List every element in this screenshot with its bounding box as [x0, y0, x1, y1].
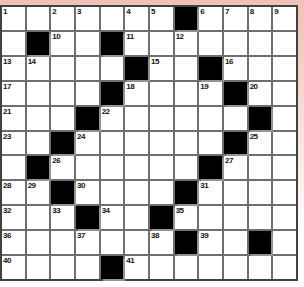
clue-number-34: 34 — [102, 206, 110, 215]
entry-cell-r10c2[interactable] — [51, 256, 74, 279]
clue-number-13: 13 — [3, 57, 11, 66]
block-cell-r5c9 — [224, 132, 247, 155]
entry-cell-r8c2[interactable]: 33 — [51, 206, 74, 229]
clue-number-28: 28 — [3, 181, 11, 190]
entry-cell-r2c6[interactable]: 15 — [150, 57, 173, 80]
block-cell-r1c1 — [27, 32, 50, 55]
block-cell-r2c5 — [125, 57, 148, 80]
clue-number-25: 25 — [250, 132, 258, 141]
entry-cell-r10c6[interactable] — [150, 256, 173, 279]
entry-cell-r7c5[interactable] — [125, 181, 148, 204]
entry-cell-r3c8[interactable]: 19 — [199, 82, 222, 105]
clue-number-3: 3 — [77, 7, 81, 16]
entry-cell-r6c6[interactable] — [150, 156, 173, 179]
entry-cell-r9c0[interactable]: 36 — [2, 231, 25, 254]
entry-cell-r8c10[interactable] — [249, 206, 272, 229]
clue-number-10: 10 — [52, 32, 60, 41]
entry-cell-r1c6[interactable] — [150, 32, 173, 55]
clue-number-41: 41 — [126, 256, 134, 265]
entry-cell-r0c9[interactable]: 7 — [224, 7, 247, 30]
entry-cell-r0c10[interactable]: 8 — [249, 7, 272, 30]
entry-cell-r8c9[interactable] — [224, 206, 247, 229]
entry-cell-r1c11[interactable] — [273, 32, 296, 55]
clue-number-22: 22 — [102, 107, 110, 116]
entry-cell-r6c3[interactable] — [76, 156, 99, 179]
entry-cell-r8c0[interactable]: 32 — [2, 206, 25, 229]
entry-cell-r10c5[interactable]: 41 — [125, 256, 148, 279]
entry-cell-r5c8[interactable] — [199, 132, 222, 155]
entry-cell-r3c3[interactable] — [76, 82, 99, 105]
clue-number-17: 17 — [3, 82, 11, 91]
block-cell-r4c3 — [76, 107, 99, 130]
entry-cell-r5c3[interactable]: 24 — [76, 132, 99, 155]
entry-cell-r3c7[interactable] — [175, 82, 198, 105]
entry-cell-r5c7[interactable] — [175, 132, 198, 155]
entry-cell-r1c2[interactable]: 10 — [51, 32, 74, 55]
entry-cell-r2c7[interactable] — [175, 57, 198, 80]
entry-cell-r3c5[interactable]: 18 — [125, 82, 148, 105]
entry-cell-r3c1[interactable] — [27, 82, 50, 105]
clue-number-26: 26 — [52, 156, 60, 165]
block-cell-r0c7 — [175, 7, 198, 30]
entry-cell-r4c0[interactable]: 21 — [2, 107, 25, 130]
entry-cell-r5c1[interactable] — [27, 132, 50, 155]
entry-cell-r2c11[interactable] — [273, 57, 296, 80]
block-cell-r8c6 — [150, 206, 173, 229]
clue-number-30: 30 — [77, 181, 85, 190]
clue-number-33: 33 — [52, 206, 60, 215]
block-cell-r10c4 — [101, 256, 124, 279]
block-cell-r9c7 — [175, 231, 198, 254]
entry-cell-r5c4[interactable] — [101, 132, 124, 155]
block-cell-r2c8 — [199, 57, 222, 80]
entry-cell-r10c3[interactable] — [76, 256, 99, 279]
block-cell-r4c10 — [249, 107, 272, 130]
entry-cell-r0c3[interactable]: 3 — [76, 7, 99, 30]
entry-cell-r10c8[interactable] — [199, 256, 222, 279]
entry-cell-r0c6[interactable]: 5 — [150, 7, 173, 30]
clue-number-36: 36 — [3, 231, 11, 240]
block-cell-r9c10 — [249, 231, 272, 254]
entry-cell-r4c7[interactable] — [175, 107, 198, 130]
entry-cell-r4c1[interactable] — [27, 107, 50, 130]
entry-cell-r0c5[interactable]: 4 — [125, 7, 148, 30]
entry-cell-r8c1[interactable] — [27, 206, 50, 229]
entry-cell-r8c4[interactable]: 34 — [101, 206, 124, 229]
entry-cell-r3c0[interactable]: 17 — [2, 82, 25, 105]
entry-cell-r9c3[interactable]: 37 — [76, 231, 99, 254]
entry-cell-r4c6[interactable] — [150, 107, 173, 130]
page-background: 1234567891011121314151617181920212223242… — [0, 0, 304, 287]
entry-cell-r9c6[interactable]: 38 — [150, 231, 173, 254]
entry-cell-r7c3[interactable]: 30 — [76, 181, 99, 204]
clue-number-8: 8 — [250, 7, 254, 16]
entry-cell-r9c9[interactable] — [224, 231, 247, 254]
entry-cell-r9c4[interactable] — [101, 231, 124, 254]
entry-cell-r6c9[interactable]: 27 — [224, 156, 247, 179]
entry-cell-r9c8[interactable]: 39 — [199, 231, 222, 254]
entry-cell-r2c1[interactable]: 14 — [27, 57, 50, 80]
entry-cell-r3c2[interactable] — [51, 82, 74, 105]
clue-number-9: 9 — [274, 7, 278, 16]
entry-cell-r7c11[interactable] — [273, 181, 296, 204]
clue-number-7: 7 — [225, 7, 229, 16]
entry-cell-r2c10[interactable] — [249, 57, 272, 80]
entry-cell-r10c0[interactable]: 40 — [2, 256, 25, 279]
entry-cell-r2c3[interactable] — [76, 57, 99, 80]
entry-cell-r7c8[interactable]: 31 — [199, 181, 222, 204]
clue-number-39: 39 — [200, 231, 208, 240]
entry-cell-r9c5[interactable] — [125, 231, 148, 254]
entry-cell-r9c2[interactable] — [51, 231, 74, 254]
entry-cell-r4c5[interactable] — [125, 107, 148, 130]
clue-number-1: 1 — [3, 7, 7, 16]
entry-cell-r1c3[interactable] — [76, 32, 99, 55]
entry-cell-r2c9[interactable]: 16 — [224, 57, 247, 80]
entry-cell-r5c5[interactable] — [125, 132, 148, 155]
entry-cell-r6c5[interactable] — [125, 156, 148, 179]
entry-cell-r10c11[interactable] — [273, 256, 296, 279]
entry-cell-r7c9[interactable] — [224, 181, 247, 204]
entry-cell-r7c10[interactable] — [249, 181, 272, 204]
entry-cell-r7c1[interactable]: 29 — [27, 181, 50, 204]
entry-cell-r0c11[interactable]: 9 — [273, 7, 296, 30]
entry-cell-r8c5[interactable] — [125, 206, 148, 229]
entry-cell-r8c7[interactable]: 35 — [175, 206, 198, 229]
entry-cell-r5c6[interactable] — [150, 132, 173, 155]
clue-number-19: 19 — [200, 82, 208, 91]
entry-cell-r5c0[interactable]: 23 — [2, 132, 25, 155]
block-cell-r3c9 — [224, 82, 247, 105]
entry-cell-r7c4[interactable] — [101, 181, 124, 204]
entry-cell-r5c10[interactable]: 25 — [249, 132, 272, 155]
entry-cell-r4c4[interactable]: 22 — [101, 107, 124, 130]
entry-cell-r6c10[interactable] — [249, 156, 272, 179]
block-cell-r3c4 — [101, 82, 124, 105]
entry-cell-r6c0[interactable] — [2, 156, 25, 179]
entry-cell-r7c6[interactable] — [150, 181, 173, 204]
entry-cell-r10c10[interactable] — [249, 256, 272, 279]
clue-number-27: 27 — [225, 156, 233, 165]
crossword-board: 1234567891011121314151617181920212223242… — [0, 5, 298, 281]
block-cell-r6c1 — [27, 156, 50, 179]
entry-cell-r1c0[interactable] — [2, 32, 25, 55]
entry-cell-r1c8[interactable] — [199, 32, 222, 55]
clue-number-31: 31 — [200, 181, 208, 190]
clue-number-38: 38 — [151, 231, 159, 240]
entry-cell-r5c11[interactable] — [273, 132, 296, 155]
entry-cell-r4c9[interactable] — [224, 107, 247, 130]
clue-number-14: 14 — [28, 57, 36, 66]
block-cell-r8c3 — [76, 206, 99, 229]
entry-cell-r6c2[interactable]: 26 — [51, 156, 74, 179]
entry-cell-r9c1[interactable] — [27, 231, 50, 254]
block-cell-r5c2 — [51, 132, 74, 155]
entry-cell-r3c11[interactable] — [273, 82, 296, 105]
entry-cell-r10c1[interactable] — [27, 256, 50, 279]
entry-cell-r10c9[interactable] — [224, 256, 247, 279]
clue-number-37: 37 — [77, 231, 85, 240]
entry-cell-r8c8[interactable] — [199, 206, 222, 229]
entry-cell-r1c9[interactable] — [224, 32, 247, 55]
entry-cell-r1c10[interactable] — [249, 32, 272, 55]
entry-cell-r6c4[interactable] — [101, 156, 124, 179]
clue-number-29: 29 — [28, 181, 36, 190]
entry-cell-r3c6[interactable] — [150, 82, 173, 105]
clue-number-12: 12 — [176, 32, 184, 41]
entry-cell-r7c0[interactable]: 28 — [2, 181, 25, 204]
entry-cell-r0c1[interactable] — [27, 7, 50, 30]
entry-cell-r4c8[interactable] — [199, 107, 222, 130]
block-cell-r6c8 — [199, 156, 222, 179]
entry-cell-r8c11[interactable] — [273, 206, 296, 229]
entry-cell-r3c10[interactable]: 20 — [249, 82, 272, 105]
block-cell-r7c2 — [51, 181, 74, 204]
entry-cell-r9c11[interactable] — [273, 231, 296, 254]
entry-cell-r6c11[interactable] — [273, 156, 296, 179]
entry-cell-r0c2[interactable]: 2 — [51, 7, 74, 30]
entry-cell-r4c11[interactable] — [273, 107, 296, 130]
clue-number-2: 2 — [52, 7, 56, 16]
entry-cell-r2c4[interactable] — [101, 57, 124, 80]
entry-cell-r1c7[interactable]: 12 — [175, 32, 198, 55]
block-cell-r7c7 — [175, 181, 198, 204]
clue-number-24: 24 — [77, 132, 85, 141]
entry-cell-r6c7[interactable] — [175, 156, 198, 179]
entry-cell-r0c0[interactable]: 1 — [2, 7, 25, 30]
clue-number-18: 18 — [126, 82, 134, 91]
clue-number-11: 11 — [126, 32, 133, 41]
clue-number-32: 32 — [3, 206, 11, 215]
clue-number-4: 4 — [126, 7, 130, 16]
clue-number-21: 21 — [3, 107, 11, 116]
clue-number-20: 20 — [250, 82, 258, 91]
entry-cell-r1c5[interactable]: 11 — [125, 32, 148, 55]
clue-number-40: 40 — [3, 256, 11, 265]
entry-cell-r0c4[interactable] — [101, 7, 124, 30]
clue-number-6: 6 — [200, 7, 204, 16]
clue-number-35: 35 — [176, 206, 184, 215]
clue-number-16: 16 — [225, 57, 233, 66]
entry-cell-r4c2[interactable] — [51, 107, 74, 130]
clue-number-15: 15 — [151, 57, 159, 66]
entry-cell-r0c8[interactable]: 6 — [199, 7, 222, 30]
entry-cell-r2c0[interactable]: 13 — [2, 57, 25, 80]
clue-number-5: 5 — [151, 7, 155, 16]
entry-cell-r2c2[interactable] — [51, 57, 74, 80]
clue-number-23: 23 — [3, 132, 11, 141]
block-cell-r1c4 — [101, 32, 124, 55]
entry-cell-r10c7[interactable] — [175, 256, 198, 279]
